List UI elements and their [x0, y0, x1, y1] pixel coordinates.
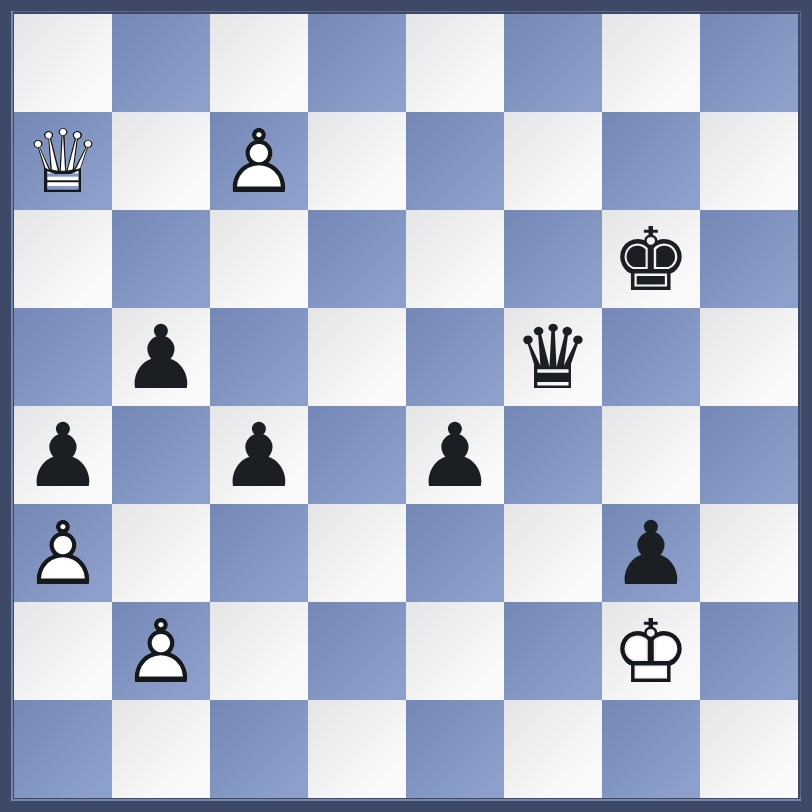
square-e1[interactable] — [406, 700, 504, 798]
square-h1[interactable] — [700, 700, 798, 798]
black-queen[interactable]: ♛ — [504, 308, 602, 406]
square-b6[interactable] — [112, 210, 210, 308]
black-king-icon: ♚ — [602, 210, 700, 308]
square-c6[interactable] — [210, 210, 308, 308]
board-frame: ♛♕♟♙♚♟♛♟♟♟♟♙♟♟♙♚♔ — [0, 0, 812, 812]
square-e7[interactable] — [406, 112, 504, 210]
square-e8[interactable] — [406, 14, 504, 112]
square-f6[interactable] — [504, 210, 602, 308]
square-e4[interactable]: ♟ — [406, 406, 504, 504]
square-g2[interactable]: ♚♔ — [602, 602, 700, 700]
square-g1[interactable] — [602, 700, 700, 798]
black-king[interactable]: ♚ — [602, 210, 700, 308]
square-d1[interactable] — [308, 700, 406, 798]
black-queen-icon: ♛ — [504, 308, 602, 406]
square-a6[interactable] — [14, 210, 112, 308]
square-c1[interactable] — [210, 700, 308, 798]
square-b7[interactable] — [112, 112, 210, 210]
black-pawn[interactable]: ♟ — [406, 406, 504, 504]
black-pawn-icon: ♟ — [210, 406, 308, 504]
square-b5[interactable]: ♟ — [112, 308, 210, 406]
square-b2[interactable]: ♟♙ — [112, 602, 210, 700]
square-g6[interactable]: ♚ — [602, 210, 700, 308]
square-d5[interactable] — [308, 308, 406, 406]
square-h2[interactable] — [700, 602, 798, 700]
square-f7[interactable] — [504, 112, 602, 210]
square-a4[interactable]: ♟ — [14, 406, 112, 504]
square-b1[interactable] — [112, 700, 210, 798]
square-c7[interactable]: ♟♙ — [210, 112, 308, 210]
white-king-icon: ♔ — [602, 602, 700, 700]
square-f1[interactable] — [504, 700, 602, 798]
white-queen[interactable]: ♛♕ — [14, 112, 112, 210]
square-f2[interactable] — [504, 602, 602, 700]
square-g7[interactable] — [602, 112, 700, 210]
white-pawn-icon: ♙ — [14, 504, 112, 602]
square-c3[interactable] — [210, 504, 308, 602]
square-b8[interactable] — [112, 14, 210, 112]
square-a7[interactable]: ♛♕ — [14, 112, 112, 210]
square-g8[interactable] — [602, 14, 700, 112]
square-e2[interactable] — [406, 602, 504, 700]
square-f8[interactable] — [504, 14, 602, 112]
square-b3[interactable] — [112, 504, 210, 602]
square-a8[interactable] — [14, 14, 112, 112]
square-h3[interactable] — [700, 504, 798, 602]
white-pawn[interactable]: ♟♙ — [112, 602, 210, 700]
square-c2[interactable] — [210, 602, 308, 700]
square-f4[interactable] — [504, 406, 602, 504]
black-pawn-icon: ♟ — [406, 406, 504, 504]
square-a1[interactable] — [14, 700, 112, 798]
white-pawn-icon: ♙ — [112, 602, 210, 700]
white-king[interactable]: ♚♔ — [602, 602, 700, 700]
white-pawn[interactable]: ♟♙ — [14, 504, 112, 602]
square-a3[interactable]: ♟♙ — [14, 504, 112, 602]
square-d6[interactable] — [308, 210, 406, 308]
black-pawn[interactable]: ♟ — [210, 406, 308, 504]
square-a2[interactable] — [14, 602, 112, 700]
square-g4[interactable] — [602, 406, 700, 504]
square-a5[interactable] — [14, 308, 112, 406]
white-queen-icon: ♕ — [14, 112, 112, 210]
white-pawn[interactable]: ♟♙ — [210, 112, 308, 210]
black-pawn-icon: ♟ — [602, 504, 700, 602]
square-e3[interactable] — [406, 504, 504, 602]
square-h7[interactable] — [700, 112, 798, 210]
square-f3[interactable] — [504, 504, 602, 602]
square-h5[interactable] — [700, 308, 798, 406]
square-d2[interactable] — [308, 602, 406, 700]
black-pawn[interactable]: ♟ — [602, 504, 700, 602]
square-d8[interactable] — [308, 14, 406, 112]
square-d4[interactable] — [308, 406, 406, 504]
square-c5[interactable] — [210, 308, 308, 406]
black-pawn-icon: ♟ — [112, 308, 210, 406]
square-b4[interactable] — [112, 406, 210, 504]
black-pawn[interactable]: ♟ — [112, 308, 210, 406]
square-c8[interactable] — [210, 14, 308, 112]
square-h6[interactable] — [700, 210, 798, 308]
square-d3[interactable] — [308, 504, 406, 602]
square-g5[interactable] — [602, 308, 700, 406]
square-c4[interactable]: ♟ — [210, 406, 308, 504]
black-pawn[interactable]: ♟ — [14, 406, 112, 504]
chess-board: ♛♕♟♙♚♟♛♟♟♟♟♙♟♟♙♚♔ — [14, 14, 798, 798]
square-d7[interactable] — [308, 112, 406, 210]
square-g3[interactable]: ♟ — [602, 504, 700, 602]
white-pawn-icon: ♙ — [210, 112, 308, 210]
square-e6[interactable] — [406, 210, 504, 308]
black-pawn-icon: ♟ — [14, 406, 112, 504]
square-h4[interactable] — [700, 406, 798, 504]
square-e5[interactable] — [406, 308, 504, 406]
square-f5[interactable]: ♛ — [504, 308, 602, 406]
square-h8[interactable] — [700, 14, 798, 112]
